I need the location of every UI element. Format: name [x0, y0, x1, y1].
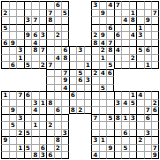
cell-r4c3[interactable] — [16, 24, 24, 32]
cell-r8c21[interactable] — [151, 54, 159, 62]
cell-r13c8[interactable] — [54, 91, 62, 99]
cell-r14c16[interactable]: 3 — [114, 99, 122, 107]
cell-r20c19[interactable] — [136, 144, 144, 152]
cell-r17c2[interactable]: 5 — [9, 121, 17, 129]
cell-r16c19[interactable] — [136, 114, 144, 122]
cell-r18c21[interactable] — [151, 129, 159, 137]
cell-r12c7[interactable] — [46, 84, 54, 92]
cell-r6c20[interactable] — [144, 39, 152, 47]
cell-r9c4[interactable]: 5 — [24, 61, 32, 69]
cell-r9c16[interactable] — [114, 61, 122, 69]
cell-r2c9[interactable]: 5 — [61, 9, 69, 17]
cell-r11c12[interactable]: 3 — [84, 76, 92, 84]
cell-r19c8[interactable]: 8 — [54, 136, 62, 144]
cell-r9c5[interactable] — [31, 61, 39, 69]
cell-r18c18[interactable] — [129, 129, 137, 137]
cell-r8c17[interactable] — [121, 54, 129, 62]
cell-r14c1[interactable] — [1, 99, 9, 107]
cell-r17c17[interactable] — [121, 121, 129, 129]
cell-r21c4[interactable] — [24, 151, 32, 159]
cell-r19c13[interactable]: 3 — [91, 136, 99, 144]
cell-r14c7[interactable]: 8 — [46, 99, 54, 107]
cell-r8c6[interactable] — [39, 54, 47, 62]
cell-r10c13[interactable]: 2 — [91, 69, 99, 77]
cell-r13c15[interactable] — [106, 91, 114, 99]
cell-r21c8[interactable] — [54, 151, 62, 159]
cell-r11c13[interactable] — [91, 76, 99, 84]
cell-r9c14[interactable] — [99, 61, 107, 69]
cell-r16c5[interactable] — [31, 114, 39, 122]
cell-r16c21[interactable] — [151, 114, 159, 122]
cell-r6c14[interactable]: 4 — [99, 39, 107, 47]
cell-r9c9[interactable] — [61, 61, 69, 69]
cell-r8c15[interactable] — [106, 54, 114, 62]
cell-r17c21[interactable] — [151, 121, 159, 129]
cell-r9c7[interactable]: 7 — [46, 61, 54, 69]
cell-r14c2[interactable] — [9, 99, 17, 107]
cell-r2c16[interactable] — [114, 9, 122, 17]
cell-r18c13[interactable] — [91, 129, 99, 137]
cell-r16c18[interactable]: 3 — [129, 114, 137, 122]
cell-r15c21[interactable]: 6 — [151, 106, 159, 114]
cell-r6c9[interactable] — [61, 39, 69, 47]
cell-r9c20[interactable]: 1 — [144, 61, 152, 69]
cell-r12c15[interactable] — [106, 84, 114, 92]
cell-r13c1[interactable]: 1 — [1, 91, 9, 99]
cell-r5c3[interactable] — [16, 31, 24, 39]
cell-r8c18[interactable]: 2 — [129, 54, 137, 62]
cell-r19c18[interactable] — [129, 136, 137, 144]
cell-r2c8[interactable] — [54, 9, 62, 17]
cell-r20c15[interactable]: 9 — [106, 144, 114, 152]
cell-r7c3[interactable]: 3 — [16, 46, 24, 54]
cell-r20c18[interactable] — [129, 144, 137, 152]
cell-r18c8[interactable] — [54, 129, 62, 137]
cell-r6c7[interactable] — [46, 39, 54, 47]
cell-r12c10[interactable] — [69, 84, 77, 92]
cell-r21c21[interactable]: 9 — [151, 151, 159, 159]
cell-r19c15[interactable] — [106, 136, 114, 144]
cell-r20c21[interactable]: 7 — [151, 144, 159, 152]
cell-r14c9[interactable] — [61, 99, 69, 107]
cell-r15c17[interactable] — [121, 106, 129, 114]
cell-r19c7[interactable] — [46, 136, 54, 144]
cell-r3c13[interactable] — [91, 16, 99, 24]
cell-r17c18[interactable] — [129, 121, 137, 129]
cell-r8c10[interactable] — [69, 54, 77, 62]
cell-r13c16[interactable] — [114, 91, 122, 99]
cell-r16c20[interactable]: 6 — [144, 114, 152, 122]
cell-r3c8[interactable] — [54, 16, 62, 24]
cell-r20c9[interactable] — [61, 144, 69, 152]
cell-r16c13[interactable]: 7 — [91, 114, 99, 122]
cell-r1c9[interactable] — [61, 1, 69, 9]
cell-r19c6[interactable] — [39, 136, 47, 144]
cell-r13c10[interactable]: 6 — [69, 91, 77, 99]
cell-r11c8[interactable] — [54, 76, 62, 84]
cell-r15c16[interactable] — [114, 106, 122, 114]
cell-r9c11[interactable] — [76, 61, 84, 69]
cell-r8c4[interactable] — [24, 54, 32, 62]
cell-r6c18[interactable] — [129, 39, 137, 47]
cell-r15c13[interactable] — [91, 106, 99, 114]
cell-r17c5[interactable]: 1 — [31, 121, 39, 129]
cell-r1c5[interactable] — [31, 1, 39, 9]
cell-r7c4[interactable] — [24, 46, 32, 54]
cell-r15c7[interactable] — [46, 106, 54, 114]
cell-r3c3[interactable] — [16, 16, 24, 24]
cell-r4c21[interactable] — [151, 24, 159, 32]
cell-r4c20[interactable] — [144, 24, 152, 32]
cell-r15c2[interactable]: 9 — [9, 106, 17, 114]
cell-r20c16[interactable] — [114, 144, 122, 152]
cell-r2c21[interactable]: 7 — [151, 9, 159, 17]
cell-r15c15[interactable] — [106, 106, 114, 114]
cell-r17c20[interactable] — [144, 121, 152, 129]
cell-r21c2[interactable] — [9, 151, 17, 159]
cell-r18c7[interactable] — [46, 129, 54, 137]
cell-r1c20[interactable] — [144, 1, 152, 9]
cell-r14c15[interactable] — [106, 99, 114, 107]
cell-r9c19[interactable] — [136, 61, 144, 69]
cell-r6c6[interactable] — [39, 39, 47, 47]
cell-r3c15[interactable] — [106, 16, 114, 24]
cell-r8c11[interactable] — [76, 54, 84, 62]
cell-r21c20[interactable] — [144, 151, 152, 159]
cell-r13c4[interactable]: 6 — [24, 91, 32, 99]
cell-r14c20[interactable] — [144, 99, 152, 107]
cell-r21c3[interactable] — [16, 151, 24, 159]
cell-r5c9[interactable] — [61, 31, 69, 39]
cell-r1c7[interactable] — [46, 1, 54, 9]
cell-r4c18[interactable] — [129, 24, 137, 32]
cell-r6c17[interactable] — [121, 39, 129, 47]
cell-r16c14[interactable] — [99, 114, 107, 122]
cell-r1c15[interactable]: 4 — [106, 1, 114, 9]
cell-r2c6[interactable] — [39, 9, 47, 17]
cell-r6c5[interactable]: 4 — [31, 39, 39, 47]
cell-r1c14[interactable] — [99, 1, 107, 9]
cell-r2c5[interactable] — [31, 9, 39, 17]
cell-r5c1[interactable] — [1, 31, 9, 39]
cell-r3c14[interactable] — [99, 16, 107, 24]
cell-r1c17[interactable] — [121, 1, 129, 9]
cell-r19c2[interactable] — [9, 136, 17, 144]
cell-r8c2[interactable] — [9, 54, 17, 62]
cell-r18c15[interactable] — [106, 129, 114, 137]
cell-r15c19[interactable] — [136, 106, 144, 114]
cell-r10c11[interactable]: 5 — [76, 69, 84, 77]
cell-r20c4[interactable]: 5 — [24, 144, 32, 152]
cell-r13c13[interactable] — [91, 91, 99, 99]
cell-r17c15[interactable] — [106, 121, 114, 129]
cell-r20c20[interactable] — [144, 144, 152, 152]
cell-r8c3[interactable]: 1 — [16, 54, 24, 62]
cell-r18c17[interactable]: 6 — [121, 129, 129, 137]
cell-r10c9[interactable]: 7 — [61, 69, 69, 77]
cell-r7c1[interactable] — [1, 46, 9, 54]
cell-r1c6[interactable] — [39, 1, 47, 9]
cell-r18c2[interactable] — [9, 129, 17, 137]
cell-r2c3[interactable] — [16, 9, 24, 17]
cell-r3c20[interactable]: 9 — [144, 16, 152, 24]
cell-r2c18[interactable]: 1 — [129, 9, 137, 17]
cell-r9c13[interactable] — [91, 61, 99, 69]
cell-r15c11[interactable]: 2 — [76, 106, 84, 114]
cell-r6c3[interactable] — [16, 39, 24, 47]
cell-r10c8[interactable] — [54, 69, 62, 77]
cell-r14c13[interactable] — [91, 99, 99, 107]
cell-r4c14[interactable] — [99, 24, 107, 32]
cell-r7c19[interactable]: 5 — [136, 46, 144, 54]
cell-r12c13[interactable] — [91, 84, 99, 92]
cell-r4c1[interactable]: 5 — [1, 24, 9, 32]
cell-r5c5[interactable]: 6 — [31, 31, 39, 39]
cell-r4c19[interactable]: 1 — [136, 24, 144, 32]
cell-r7c5[interactable]: 8 — [31, 46, 39, 54]
cell-r9c3[interactable] — [16, 61, 24, 69]
cell-r20c2[interactable] — [9, 144, 17, 152]
cell-r21c5[interactable]: 8 — [31, 151, 39, 159]
cell-r1c3[interactable] — [16, 1, 24, 9]
cell-r20c17[interactable]: 5 — [121, 144, 129, 152]
cell-r19c5[interactable] — [31, 136, 39, 144]
cell-r17c13[interactable] — [91, 121, 99, 129]
cell-r4c9[interactable] — [61, 24, 69, 32]
cell-r5c19[interactable]: 3 — [136, 31, 144, 39]
cell-r4c4[interactable] — [24, 24, 32, 32]
cell-r21c18[interactable] — [129, 151, 137, 159]
cell-r16c4[interactable] — [24, 114, 32, 122]
cell-r15c8[interactable]: 6 — [54, 106, 62, 114]
cell-r11c15[interactable] — [106, 76, 114, 84]
cell-r9c8[interactable] — [54, 61, 62, 69]
cell-r13c20[interactable] — [144, 91, 152, 99]
cell-r15c10[interactable]: 8 — [69, 106, 77, 114]
cell-r20c7[interactable] — [46, 144, 54, 152]
cell-r14c10[interactable] — [69, 99, 77, 107]
cell-r1c13[interactable]: 3 — [91, 1, 99, 9]
cell-r10c14[interactable]: 4 — [99, 69, 107, 77]
cell-r18c4[interactable]: 5 — [24, 129, 32, 137]
cell-r5c20[interactable] — [144, 31, 152, 39]
cell-r7c15[interactable]: 8 — [106, 46, 114, 54]
cell-r2c4[interactable] — [24, 9, 32, 17]
cell-r9c17[interactable] — [121, 61, 129, 69]
cell-r5c15[interactable] — [106, 31, 114, 39]
cell-r9c6[interactable]: 2 — [39, 61, 47, 69]
cell-r8c1[interactable] — [1, 54, 9, 62]
cell-r6c2[interactable]: 9 — [9, 39, 17, 47]
cell-r6c13[interactable]: 8 — [91, 39, 99, 47]
cell-r4c16[interactable] — [114, 24, 122, 32]
cell-r13c14[interactable] — [99, 91, 107, 99]
cell-r15c20[interactable]: 7 — [144, 106, 152, 114]
cell-r18c3[interactable]: 2 — [16, 129, 24, 137]
cell-r1c4[interactable] — [24, 1, 32, 9]
cell-r3c16[interactable] — [114, 16, 122, 24]
cell-r5c6[interactable]: 3 — [39, 31, 47, 39]
cell-r1c16[interactable]: 7 — [114, 1, 122, 9]
cell-r13c19[interactable]: 4 — [136, 91, 144, 99]
cell-r7c13[interactable] — [91, 46, 99, 54]
cell-r5c16[interactable]: 6 — [114, 31, 122, 39]
cell-r21c1[interactable] — [1, 151, 9, 159]
cell-r13c11[interactable] — [76, 91, 84, 99]
cell-r8c12[interactable] — [84, 54, 92, 62]
cell-r12c14[interactable]: 5 — [99, 84, 107, 92]
cell-r15c18[interactable] — [129, 106, 137, 114]
cell-r4c13[interactable] — [91, 24, 99, 32]
cell-r21c16[interactable] — [114, 151, 122, 159]
cell-r3c1[interactable] — [1, 16, 9, 24]
cell-r15c1[interactable] — [1, 106, 9, 114]
cell-r1c2[interactable] — [9, 1, 17, 9]
cell-r1c18[interactable] — [129, 1, 137, 9]
cell-r2c13[interactable] — [91, 9, 99, 17]
cell-r5c8[interactable]: 2 — [54, 31, 62, 39]
cell-r7c11[interactable]: 3 — [76, 46, 84, 54]
cell-r3c18[interactable]: 8 — [129, 16, 137, 24]
cell-r21c14[interactable] — [99, 151, 107, 159]
cell-r15c4[interactable] — [24, 106, 32, 114]
cell-r7c14[interactable]: 2 — [99, 46, 107, 54]
cell-r20c5[interactable] — [31, 144, 39, 152]
cell-r7c7[interactable] — [46, 46, 54, 54]
cell-r19c16[interactable] — [114, 136, 122, 144]
cell-r16c8[interactable] — [54, 114, 62, 122]
cell-r14c6[interactable]: 1 — [39, 99, 47, 107]
cell-r20c1[interactable] — [1, 144, 9, 152]
cell-r14c21[interactable]: 2 — [151, 99, 159, 107]
cell-r2c2[interactable] — [9, 9, 17, 17]
cell-r19c21[interactable] — [151, 136, 159, 144]
cell-r3c9[interactable] — [61, 16, 69, 24]
cell-r17c19[interactable] — [136, 121, 144, 129]
cell-r9c2[interactable]: 6 — [9, 61, 17, 69]
cell-r15c6[interactable] — [39, 106, 47, 114]
cell-r16c6[interactable] — [39, 114, 47, 122]
cell-r19c1[interactable]: 9 — [1, 136, 9, 144]
cell-r11c7[interactable] — [46, 76, 54, 84]
cell-r5c21[interactable] — [151, 31, 159, 39]
cell-r21c19[interactable] — [136, 151, 144, 159]
cell-r5c2[interactable] — [9, 31, 17, 39]
cell-r18c9[interactable]: 3 — [61, 129, 69, 137]
cell-r15c12[interactable] — [84, 106, 92, 114]
cell-r17c16[interactable] — [114, 121, 122, 129]
cell-r19c17[interactable] — [121, 136, 129, 144]
cell-r16c2[interactable] — [9, 114, 17, 122]
cell-r14c19[interactable] — [136, 99, 144, 107]
cell-r7c20[interactable]: 6 — [144, 46, 152, 54]
cell-r21c13[interactable]: 4 — [91, 151, 99, 159]
cell-r3c17[interactable]: 4 — [121, 16, 129, 24]
cell-r8c16[interactable] — [114, 54, 122, 62]
cell-r9c21[interactable] — [151, 61, 159, 69]
cell-r8c14[interactable]: 1 — [99, 54, 107, 62]
cell-r1c8[interactable]: 6 — [54, 1, 62, 9]
cell-r18c16[interactable] — [114, 129, 122, 137]
cell-r8c9[interactable]: 8 — [61, 54, 69, 62]
cell-r9c12[interactable]: 1 — [84, 61, 92, 69]
cell-r13c6[interactable] — [39, 91, 47, 99]
cell-r15c14[interactable] — [99, 106, 107, 114]
cell-r19c3[interactable] — [16, 136, 24, 144]
cell-r3c19[interactable] — [136, 16, 144, 24]
cell-r2c15[interactable] — [106, 9, 114, 17]
cell-r5c18[interactable]: 4 — [129, 31, 137, 39]
cell-r10c12[interactable] — [84, 69, 92, 77]
cell-r13c21[interactable] — [151, 91, 159, 99]
cell-r11c10[interactable] — [69, 76, 77, 84]
cell-r6c1[interactable]: 6 — [1, 39, 9, 47]
cell-r19c9[interactable] — [61, 136, 69, 144]
cell-r17c4[interactable] — [24, 121, 32, 129]
cell-r12c9[interactable]: 4 — [61, 84, 69, 92]
cell-r9c18[interactable] — [129, 61, 137, 69]
cell-r4c6[interactable] — [39, 24, 47, 32]
cell-r8c8[interactable]: 4 — [54, 54, 62, 62]
cell-r21c15[interactable] — [106, 151, 114, 159]
cell-r13c9[interactable] — [61, 91, 69, 99]
cell-r3c5[interactable]: 7 — [31, 16, 39, 24]
cell-r3c6[interactable] — [39, 16, 47, 24]
cell-r13c5[interactable] — [31, 91, 39, 99]
cell-r8c13[interactable] — [91, 54, 99, 62]
cell-r7c2[interactable] — [9, 46, 17, 54]
cell-r13c18[interactable]: 1 — [129, 91, 137, 99]
cell-r7c8[interactable] — [54, 46, 62, 54]
cell-r7c9[interactable]: 6 — [61, 46, 69, 54]
cell-r15c5[interactable]: 4 — [31, 106, 39, 114]
cell-r2c19[interactable] — [136, 9, 144, 17]
cell-r15c3[interactable] — [16, 106, 24, 114]
cell-r13c3[interactable]: 7 — [16, 91, 24, 99]
cell-r16c15[interactable]: 5 — [106, 114, 114, 122]
cell-r4c15[interactable]: 6 — [106, 24, 114, 32]
cell-r18c20[interactable]: 3 — [144, 129, 152, 137]
cell-r17c9[interactable] — [61, 121, 69, 129]
cell-r14c14[interactable] — [99, 99, 107, 107]
cell-r8c19[interactable] — [136, 54, 144, 62]
cell-r4c7[interactable] — [46, 24, 54, 32]
cell-r20c13[interactable] — [91, 144, 99, 152]
cell-r19c4[interactable] — [24, 136, 32, 144]
cell-r13c7[interactable] — [46, 91, 54, 99]
cell-r6c8[interactable] — [54, 39, 62, 47]
cell-r3c4[interactable]: 3 — [24, 16, 32, 24]
cell-r15c9[interactable] — [61, 106, 69, 114]
cell-r16c17[interactable]: 1 — [121, 114, 129, 122]
cell-r20c6[interactable]: 6 — [39, 144, 47, 152]
cell-r6c21[interactable] — [151, 39, 159, 47]
cell-r6c19[interactable] — [136, 39, 144, 47]
cell-r11c14[interactable] — [99, 76, 107, 84]
cell-r6c16[interactable] — [114, 39, 122, 47]
cell-r17c7[interactable]: 2 — [46, 121, 54, 129]
cell-r10c7[interactable] — [46, 69, 54, 77]
cell-r12c8[interactable] — [54, 84, 62, 92]
cell-r3c2[interactable] — [9, 16, 17, 24]
cell-r19c14[interactable]: 1 — [99, 136, 107, 144]
cell-r14c8[interactable] — [54, 99, 62, 107]
cell-r14c5[interactable]: 3 — [31, 99, 39, 107]
cell-r14c12[interactable] — [84, 99, 92, 107]
cell-r10c10[interactable] — [69, 69, 77, 77]
cell-r1c21[interactable] — [151, 1, 159, 9]
cell-r7c17[interactable] — [121, 46, 129, 54]
